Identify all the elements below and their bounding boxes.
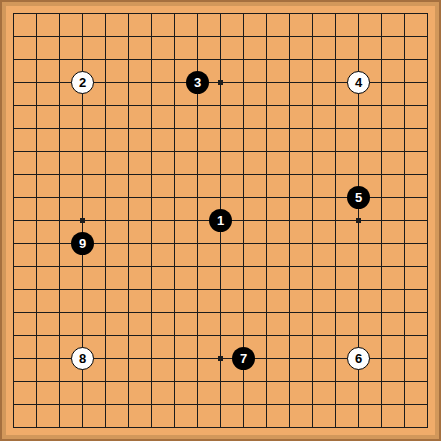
- stones-layer: 123456789: [0, 0, 441, 441]
- stone-white-4-Q16: 4: [347, 71, 370, 94]
- go-board: 123456789: [0, 0, 441, 441]
- stone-white-6-Q4: 6: [347, 347, 370, 370]
- stone-black-5-Q11: 5: [347, 186, 370, 209]
- stone-black-1-K10: 1: [209, 209, 232, 232]
- stone-black-7-L4: 7: [232, 347, 255, 370]
- stone-black-9-D9: 9: [71, 232, 94, 255]
- stone-black-3-J16: 3: [186, 71, 209, 94]
- stone-white-8-D4: 8: [71, 347, 94, 370]
- stone-white-2-D16: 2: [71, 71, 94, 94]
